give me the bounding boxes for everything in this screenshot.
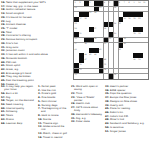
white-cell [114,38,119,43]
clue-number: 28. [1,34,6,37]
clue-item: 42. Grass, e.g. [1,68,61,71]
white-cell: 43 [119,48,124,53]
white-cell [109,53,114,58]
white-cell [128,43,133,48]
clue-item: 37. Bumps the Dow Jones [105,96,149,99]
white-cell [74,53,79,58]
cell-number: 49 [133,58,135,60]
down-clue-list-3: 33. Heart's partner34. BASE opener35. Po… [105,85,149,133]
white-cell [94,58,99,63]
clue-number: 32. [1,49,6,52]
white-cell [138,69,143,74]
clue-item: 6. Nursing degs. [38,104,69,107]
white-cell [84,22,89,27]
white-cell [123,22,128,27]
white-cell [109,58,114,63]
white-cell [114,53,119,58]
white-cell: 12 [74,7,79,12]
white-cell: 2 [79,1,84,6]
white-cell [114,58,119,63]
cell-number: 53 [79,68,81,70]
white-cell [84,63,89,68]
clue-number: 53. [1,85,6,88]
clue-item: 12. Glides around the rink [38,125,69,131]
cell-number: 40 [124,42,126,44]
white-cell [138,43,143,48]
clue-number: 2. [38,89,41,92]
white-cell [104,12,109,17]
cell-number: 20 [129,17,131,19]
clue-number: 60. [1,107,6,110]
white-cell [109,48,114,53]
cell-number: 14 [114,6,116,8]
white-cell: 7 [123,1,128,6]
white-cell [133,22,138,27]
cell-number: 48 [104,58,106,60]
clue-number: 42. [1,68,6,71]
white-cell: 18 [84,17,89,22]
clue-item: 4. Pine boards [38,96,69,99]
white-cell [143,69,148,74]
white-cell [84,7,89,12]
clue-item: 19. Small songbird [1,12,61,15]
white-cell: 6 [119,1,124,6]
white-cell: 24 [114,22,119,27]
cell-number: 43 [119,48,121,50]
white-cell: 27 [94,27,99,32]
clue-item: 39. Overly soft [105,104,149,107]
clue-number: 27. [71,106,76,109]
white-cell [109,63,114,68]
white-cell: 21 [133,17,138,22]
clue-number: 13. [38,132,43,135]
white-cell: 14 [114,7,119,12]
clue-number: 3. [38,92,41,95]
clue-number: 64. [1,122,6,125]
cell-number: 16 [94,11,96,13]
clue-item: 58. Target, on the diamond [1,99,35,102]
clue-number: 22. [1,20,6,23]
white-cell: 47 [84,58,89,63]
white-cell [104,74,109,79]
clue-item: 47. India's first P.M. [105,115,149,118]
white-cell [123,63,128,68]
cell-number: 56 [114,73,116,75]
cell-number: 8 [129,1,130,3]
white-cell [74,12,79,17]
white-cell [119,32,124,37]
white-cell [143,63,148,68]
clue-item: 45. Past the breaking point [1,79,61,82]
clue-item: 41. Shoot uphill [1,64,61,67]
clue-number: 63. [1,118,6,121]
black-cell [74,63,79,68]
clue-number: 31. [1,46,6,49]
white-cell [128,32,133,37]
clue-number: 36. [1,57,6,60]
clue-number: 26. [1,31,6,34]
clue-item: 35. Pops the question [105,92,149,95]
clue-number: 56. [1,92,6,95]
clue-item: 2. Use the rink [38,89,69,92]
clue-item: 7. The beginning of the end [38,107,69,113]
clue-item: 32. Jamaican music [1,49,61,52]
white-cell [128,69,133,74]
white-cell [143,32,148,37]
cell-number: 23 [75,22,77,24]
clue-number: 23. [71,96,76,99]
white-cell [119,7,124,12]
white-cell [79,7,84,12]
clue-number: 50. [105,126,110,129]
white-cell: 28 [104,27,109,32]
clue-number: 20. [1,16,6,19]
white-cell: 17 [79,17,84,22]
white-cell [79,22,84,27]
white-cell [84,27,89,32]
clue-number: 19. [1,12,6,15]
clue-number: 49. [105,122,110,125]
clue-number: 12. [38,125,43,128]
clue-item: 62. Totals [1,114,35,117]
white-cell [143,7,148,12]
white-cell [143,17,148,22]
white-cell: 41 [74,48,79,53]
clue-item: 44. They may be broken [1,75,61,78]
clue-number: 16. [1,1,6,4]
white-cell: 19 [123,17,128,22]
white-cell [79,43,84,48]
clue-item: 16. Tests that supplement your SAT's [1,1,61,4]
white-cell [94,43,99,48]
cell-number: 4 [104,1,105,3]
white-cell [89,17,94,22]
cell-number: 9 [133,1,134,3]
white-cell [133,7,138,12]
clue-number: 38. [105,100,110,103]
white-cell: 55 [74,74,79,79]
white-cell: 45 [89,53,94,58]
white-cell [123,27,128,32]
white-cell [114,43,119,48]
cell-number: 41 [75,48,77,50]
white-cell [109,12,114,17]
white-cell [109,7,114,12]
clue-item: 27. 1975 movie about Andy [71,106,103,112]
clue-number: 4. [38,96,41,99]
clue-number: 14. [38,136,43,139]
white-cell [99,17,104,22]
black-cell [84,1,89,6]
black-cell [99,63,104,68]
cell-number: 15 [89,11,91,13]
clue-number: 45. [1,79,6,82]
white-cell [119,12,124,17]
white-cell [143,38,148,43]
clue-number: 32. [71,120,76,123]
black-cell [109,22,114,27]
white-cell [99,74,104,79]
clue-number: 48. [105,118,110,121]
clue-item: 31. Gray suits [1,46,61,49]
cell-number: 6 [119,1,120,3]
white-cell [143,58,148,63]
white-cell [109,43,114,48]
cell-number: 38 [84,42,86,44]
white-cell: 31 [133,32,138,37]
white-cell [104,48,109,53]
white-cell: 49 [133,58,138,63]
clue-item: 18. Gothic cathedral feature [1,8,61,11]
white-cell [119,58,124,63]
clue-number: 46. [105,111,110,114]
clue-item: 63. Drains [1,118,35,121]
white-cell [89,32,94,37]
clue-number: 59. [1,103,6,106]
white-cell: 30 [114,32,119,37]
white-cell: 46 [94,53,99,58]
white-cell [128,38,133,43]
clue-number: 5. [38,100,41,103]
clue-number: 61. [1,110,6,113]
white-cell [128,53,133,58]
white-cell: 25 [119,22,124,27]
black-cell [99,58,104,63]
white-cell [89,58,94,63]
clue-item: 25. 'T' model [1,27,61,30]
white-cell [94,74,99,79]
clue-number: 47. [105,115,110,118]
white-cell: 16 [94,12,99,17]
clue-item: 5. Paint thinner [38,100,69,103]
black-cell [79,53,84,58]
clue-item: 56. Burn a bit [1,92,35,95]
clue-item: 57. Fog [1,96,35,99]
clue-number: 41. [1,64,6,67]
white-cell: 32 [138,32,143,37]
white-cell [99,22,104,27]
white-cell: 50 [138,58,143,63]
white-cell [99,32,104,37]
white-cell [128,58,133,63]
down-clues-col1: 1. Partial peak2. Use the rink3. Pirate'… [38,85,69,140]
black-cell [99,69,104,74]
cell-number: 5 [109,1,110,3]
white-cell: 56 [114,74,119,79]
cell-number: 46 [94,53,96,55]
cell-number: 35 [109,37,111,39]
clue-number: 33. [1,53,6,56]
cell-number: 44 [84,53,86,55]
black-cell [94,1,99,6]
cell-number: 7 [124,1,125,3]
white-cell [133,63,138,68]
cell-number: 18 [84,17,86,19]
white-cell [79,74,84,79]
white-cell: 40 [123,43,128,48]
cell-number: 32 [138,32,140,34]
white-cell: 9 [133,1,138,6]
white-cell: 3 [89,1,94,6]
white-cell [89,74,94,79]
white-cell [138,38,143,43]
clue-item: 24. Ancient theatres [1,23,61,26]
white-cell [94,69,99,74]
across-clues-bottom: 53. It may help you regain your focus56.… [1,85,35,125]
white-cell [89,43,94,48]
cell-number: 26 [75,27,77,29]
clue-item: 50. Is sensitive [105,126,149,129]
clue-item: 11. Theatre sign [38,122,69,125]
white-cell: 15 [89,12,94,17]
white-cell [143,27,148,32]
clue-item: 60. Internal quality [1,107,35,110]
cell-number: 3 [89,1,90,3]
cell-number: 50 [138,58,140,60]
cell-number: 37 [75,42,77,44]
white-cell [114,48,119,53]
clue-number: 39. [105,104,110,107]
clue-number: 7. [38,107,41,110]
cell-number: 28 [104,27,106,29]
clue-item: 49. Sandwich and Salisbury, e.g. [105,122,149,125]
clue-number: 44. [1,75,6,78]
clue-item: 24. Health club [71,102,103,105]
down-clues-col3: 33. Heart's partner34. BASE opener35. Po… [105,85,149,133]
white-cell [74,58,79,63]
clue-item: 53. It may help you regain your focus [1,85,35,91]
clue-item: 30. Hernando's hideaway [71,113,103,116]
cell-number: 39 [104,42,106,44]
white-cell [123,74,128,79]
cell-number: 34 [94,37,96,39]
clue-number: 17. [1,5,6,8]
cell-number: 21 [133,17,135,19]
clue-item: 48. Miner's find [105,118,149,121]
clue-item: 17. Voter reg. grp. in the news [1,5,61,8]
cell-number: 17 [79,17,81,19]
cell-number: 30 [114,32,116,34]
clue-item: 40. PS3 cost [1,61,61,64]
white-cell [138,63,143,68]
white-cell: 13 [99,7,104,12]
clue-number: 24. [1,23,6,26]
white-cell [128,48,133,53]
white-cell [119,27,124,32]
clue-number: 18. [1,8,6,11]
white-cell: 20 [128,17,133,22]
white-cell [123,53,128,58]
white-cell [128,27,133,32]
clue-number: 29. [1,38,6,41]
cell-number: 1 [75,1,76,3]
black-cell [89,27,94,32]
clue-item: 43. Bronze age grit band [1,72,61,75]
white-cell [84,32,89,37]
clue-number: 31. [71,117,76,120]
clue-item: 22. Lug [1,20,61,23]
white-cell [133,74,138,79]
white-cell [109,69,114,74]
white-cell [143,22,148,27]
down-clues-col2: 21. Word with open or saving22. Thick23.… [71,85,103,124]
white-cell [133,43,138,48]
white-cell [119,63,124,68]
white-cell: 10 [138,1,143,6]
clue-number: 37. [105,96,110,99]
cell-number: 11 [143,1,145,3]
white-cell [114,63,119,68]
white-cell [104,17,109,22]
white-cell [84,69,89,74]
clue-item: 20. It's bound for harvest [1,16,61,19]
white-cell [123,69,128,74]
clue-item: 46. Robin's kin [105,111,149,114]
white-cell [94,63,99,68]
cell-number: 13 [99,6,101,8]
clue-item: 34. BASE opener [105,89,149,92]
clue-item: 22. Thick [71,92,103,95]
clue-item: 23. 'View of Toledo' painter [71,96,103,102]
white-cell [119,53,124,58]
white-cell: 29 [79,32,84,37]
white-cell [114,12,119,17]
white-cell [143,43,148,48]
clue-number: 58. [1,99,6,102]
clue-number: 25. [1,27,6,30]
white-cell: 11 [143,1,148,6]
cell-number: 19 [124,17,126,19]
white-cell [143,74,148,79]
clue-item: 3. Pirate's gold [38,92,69,95]
white-cell [104,32,109,37]
white-cell [133,69,138,74]
white-cell [89,69,94,74]
clue-item: 31. Fog, e.g. [71,117,103,120]
clue-number: 21. [71,85,76,88]
cell-number: 22 [138,17,140,19]
clue-item: 38. Designs on Nike shoes [105,100,149,103]
clue-item: 33. It has salt within it and salts abov… [1,53,61,56]
white-cell [99,53,104,58]
white-cell [128,22,133,27]
clue-number: 45. [105,107,110,110]
white-cell [99,12,104,17]
clue-item: 26. Total [1,31,61,34]
across-clue-list-top: 16. Tests that supplement your SAT's17. … [1,1,61,86]
cell-number: 31 [133,32,135,34]
white-cell: 34 [94,38,99,43]
clue-item: 33. Heart's partner [105,85,149,88]
clue-number: 30. [71,113,76,116]
white-cell [143,53,148,58]
clue-number: 10. [38,118,43,121]
white-cell [109,27,114,32]
clue-number: 51. [105,130,110,133]
white-cell [123,48,128,53]
down-clue-list-1: 1. Partial peak2. Use the rink3. Pirate'… [38,85,69,139]
cell-number: 27 [94,27,96,29]
black-cell [109,74,114,79]
white-cell: 54 [104,69,109,74]
clue-number: 8. [38,114,41,117]
clue-number: 62. [1,114,6,117]
white-cell [138,7,143,12]
white-cell [79,48,84,53]
white-cell: 38 [84,43,89,48]
white-cell [128,7,133,12]
across-clues-top: 16. Tests that supplement your SAT's17. … [1,1,61,87]
